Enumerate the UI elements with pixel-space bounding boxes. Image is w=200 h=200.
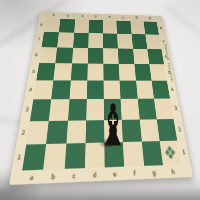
square-c5 xyxy=(70,63,87,80)
file-label-c: c xyxy=(63,168,84,183)
square-b2 xyxy=(46,120,67,144)
square-g7 xyxy=(131,34,147,48)
square-g8 xyxy=(130,21,145,34)
file-label-d: d xyxy=(84,167,105,181)
square-f8 xyxy=(117,21,132,35)
square-g5 xyxy=(134,64,151,81)
square-a2 xyxy=(26,121,49,145)
square-f6 xyxy=(118,48,134,64)
square-b7 xyxy=(57,32,74,47)
square-b5 xyxy=(54,63,72,80)
square-g4 xyxy=(136,81,154,99)
square-c1 xyxy=(64,143,85,169)
black-bishop: ♝ xyxy=(103,102,124,150)
square-b6 xyxy=(56,47,73,63)
square-f5 xyxy=(119,64,136,81)
square-b1 xyxy=(43,143,66,169)
square-e8 xyxy=(103,20,117,34)
square-d7 xyxy=(88,33,103,48)
square-a5 xyxy=(36,63,55,81)
file-label-g: g xyxy=(144,165,165,179)
square-a3 xyxy=(30,100,51,121)
square-b4 xyxy=(51,80,70,99)
file-label-top-h: h xyxy=(143,15,157,22)
square-e6 xyxy=(103,48,119,64)
square-c4 xyxy=(69,80,87,99)
square-g6 xyxy=(133,48,150,64)
file-label-top-f: f xyxy=(116,14,130,21)
file-label-f: f xyxy=(124,166,145,180)
photo-scene: House of Staunton ❖ aabbccddeeffgghh8877… xyxy=(0,0,200,200)
square-a7 xyxy=(42,32,59,47)
file-label-top-d: d xyxy=(89,14,103,21)
square-c7 xyxy=(73,33,89,48)
file-label-e: e xyxy=(105,167,125,181)
file-label-top-c: c xyxy=(75,13,89,20)
square-a1 xyxy=(22,144,46,171)
square-c2 xyxy=(66,120,86,143)
file-label-top-a: a xyxy=(46,12,61,19)
square-c6 xyxy=(72,47,88,63)
square-g3 xyxy=(137,99,156,119)
square-c3 xyxy=(68,99,87,120)
file-label-b: b xyxy=(42,169,64,184)
square-g2 xyxy=(139,119,159,141)
square-a8 xyxy=(44,19,61,33)
square-b3 xyxy=(49,99,69,120)
square-b8 xyxy=(59,19,75,33)
square-d6 xyxy=(88,48,104,64)
square-e7 xyxy=(103,34,118,49)
file-label-top-b: b xyxy=(61,13,76,20)
file-label-top-e: e xyxy=(103,14,117,21)
square-f7 xyxy=(117,34,132,49)
file-label-h: h xyxy=(163,164,184,178)
file-label-a: a xyxy=(20,170,43,185)
square-d5 xyxy=(87,63,103,80)
square-a6 xyxy=(39,47,57,63)
square-d8 xyxy=(88,20,102,34)
square-c8 xyxy=(74,19,89,33)
square-a4 xyxy=(33,80,53,99)
square-e5 xyxy=(103,64,119,81)
file-label-top-g: g xyxy=(129,15,143,22)
